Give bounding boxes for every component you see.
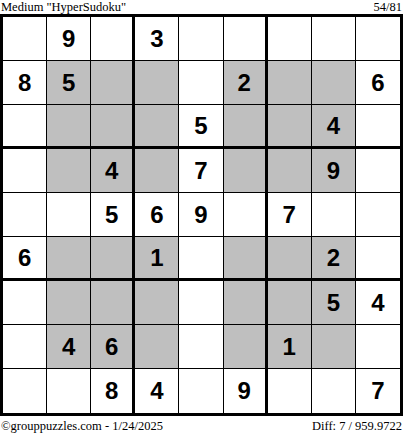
cell-r9c7[interactable] <box>268 369 312 413</box>
cell-r3c4[interactable] <box>135 105 179 149</box>
cell-r5c3[interactable]: 5 <box>91 193 135 237</box>
cell-r2c9[interactable]: 6 <box>356 61 400 105</box>
cell-r5c1[interactable] <box>3 193 47 237</box>
cell-r7c2[interactable] <box>47 281 91 325</box>
cell-r3c1[interactable] <box>3 105 47 149</box>
cell-r7c7[interactable] <box>268 281 312 325</box>
cell-r8c1[interactable] <box>3 325 47 369</box>
header: Medium "HyperSudoku" 54/81 <box>0 0 403 14</box>
cell-r3c5[interactable]: 5 <box>179 105 223 149</box>
cell-r4c3[interactable]: 4 <box>91 149 135 193</box>
cell-r4c2[interactable] <box>47 149 91 193</box>
cell-r5c7[interactable]: 7 <box>268 193 312 237</box>
cell-r8c6[interactable] <box>224 325 268 369</box>
cell-r9c6[interactable]: 9 <box>224 369 268 413</box>
cell-r4c5[interactable]: 7 <box>179 149 223 193</box>
cell-r1c2[interactable]: 9 <box>47 17 91 61</box>
cell-r4c9[interactable] <box>356 149 400 193</box>
cell-r2c2[interactable]: 5 <box>47 61 91 105</box>
cell-r6c8[interactable]: 2 <box>312 237 356 281</box>
cell-r6c5[interactable] <box>179 237 223 281</box>
cell-r9c1[interactable] <box>3 369 47 413</box>
cell-r3c7[interactable] <box>268 105 312 149</box>
cell-r9c3[interactable]: 8 <box>91 369 135 413</box>
cell-r6c2[interactable] <box>47 237 91 281</box>
cell-r8c2[interactable]: 4 <box>47 325 91 369</box>
cell-r1c8[interactable] <box>312 17 356 61</box>
blank-count: 54/81 <box>374 1 402 14</box>
cell-r7c6[interactable] <box>224 281 268 325</box>
cell-r1c9[interactable] <box>356 17 400 61</box>
cell-r1c5[interactable] <box>179 17 223 61</box>
sudoku-board: 938526544795697612544618497 <box>0 14 403 416</box>
footer-difficulty: Diff: 7 / 959.9722 <box>312 420 402 433</box>
cell-r6c9[interactable] <box>356 237 400 281</box>
cell-r1c4[interactable]: 3 <box>135 17 179 61</box>
cell-r6c7[interactable] <box>268 237 312 281</box>
cell-r4c1[interactable] <box>3 149 47 193</box>
cell-r1c1[interactable] <box>3 17 47 61</box>
cell-r2c5[interactable] <box>179 61 223 105</box>
cell-r6c1[interactable]: 6 <box>3 237 47 281</box>
cell-r4c6[interactable] <box>224 149 268 193</box>
cell-r4c8[interactable]: 9 <box>312 149 356 193</box>
cell-r5c6[interactable] <box>224 193 268 237</box>
cell-r3c9[interactable] <box>356 105 400 149</box>
cell-r6c6[interactable] <box>224 237 268 281</box>
puzzle-title: Medium "HyperSudoku" <box>1 1 126 14</box>
cell-r9c2[interactable] <box>47 369 91 413</box>
cell-r3c3[interactable] <box>91 105 135 149</box>
cell-r8c3[interactable]: 6 <box>91 325 135 369</box>
cell-r7c3[interactable] <box>91 281 135 325</box>
cell-r7c9[interactable]: 4 <box>356 281 400 325</box>
cell-r5c2[interactable] <box>47 193 91 237</box>
cell-r2c7[interactable] <box>268 61 312 105</box>
cell-r4c7[interactable] <box>268 149 312 193</box>
cell-r1c7[interactable] <box>268 17 312 61</box>
cell-r9c4[interactable]: 4 <box>135 369 179 413</box>
cell-r2c8[interactable] <box>312 61 356 105</box>
cell-r4c4[interactable] <box>135 149 179 193</box>
cell-r9c5[interactable] <box>179 369 223 413</box>
cell-r2c6[interactable]: 2 <box>224 61 268 105</box>
cell-r3c2[interactable] <box>47 105 91 149</box>
cell-r6c4[interactable]: 1 <box>135 237 179 281</box>
cell-r9c8[interactable] <box>312 369 356 413</box>
cell-r5c5[interactable]: 9 <box>179 193 223 237</box>
footer: ©grouppuzzles.com - 1/24/2025 Diff: 7 / … <box>0 416 403 437</box>
cell-r8c7[interactable]: 1 <box>268 325 312 369</box>
cell-r7c1[interactable] <box>3 281 47 325</box>
cell-r2c4[interactable] <box>135 61 179 105</box>
cell-r1c3[interactable] <box>91 17 135 61</box>
cell-r5c9[interactable] <box>356 193 400 237</box>
cell-r7c8[interactable]: 5 <box>312 281 356 325</box>
cell-r6c3[interactable] <box>91 237 135 281</box>
cell-r7c4[interactable] <box>135 281 179 325</box>
cell-r2c1[interactable]: 8 <box>3 61 47 105</box>
cell-r3c6[interactable] <box>224 105 268 149</box>
cell-r1c6[interactable] <box>224 17 268 61</box>
cell-r9c9[interactable]: 7 <box>356 369 400 413</box>
cell-r5c8[interactable] <box>312 193 356 237</box>
cell-r8c4[interactable] <box>135 325 179 369</box>
cell-r2c3[interactable] <box>91 61 135 105</box>
cell-r8c9[interactable] <box>356 325 400 369</box>
cell-r8c8[interactable] <box>312 325 356 369</box>
cell-r8c5[interactable] <box>179 325 223 369</box>
footer-copyright: ©grouppuzzles.com - 1/24/2025 <box>1 420 163 433</box>
puzzle-page: Medium "HyperSudoku" 54/81 9385265447956… <box>0 0 403 437</box>
cell-r5c4[interactable]: 6 <box>135 193 179 237</box>
cell-r3c8[interactable]: 4 <box>312 105 356 149</box>
cell-r7c5[interactable] <box>179 281 223 325</box>
